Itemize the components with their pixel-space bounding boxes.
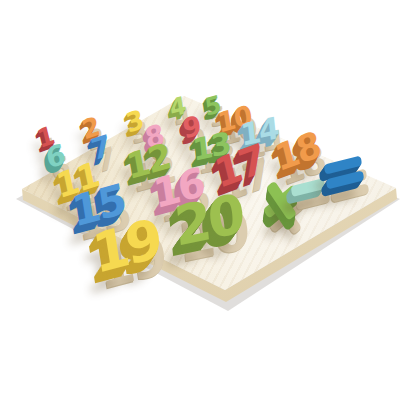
puzzle-scene: 1234567891011121314151617181920123456789… (0, 0, 406, 406)
piece-20[interactable]: 20 (172, 187, 244, 255)
piece-19[interactable]: 19 (89, 211, 163, 282)
